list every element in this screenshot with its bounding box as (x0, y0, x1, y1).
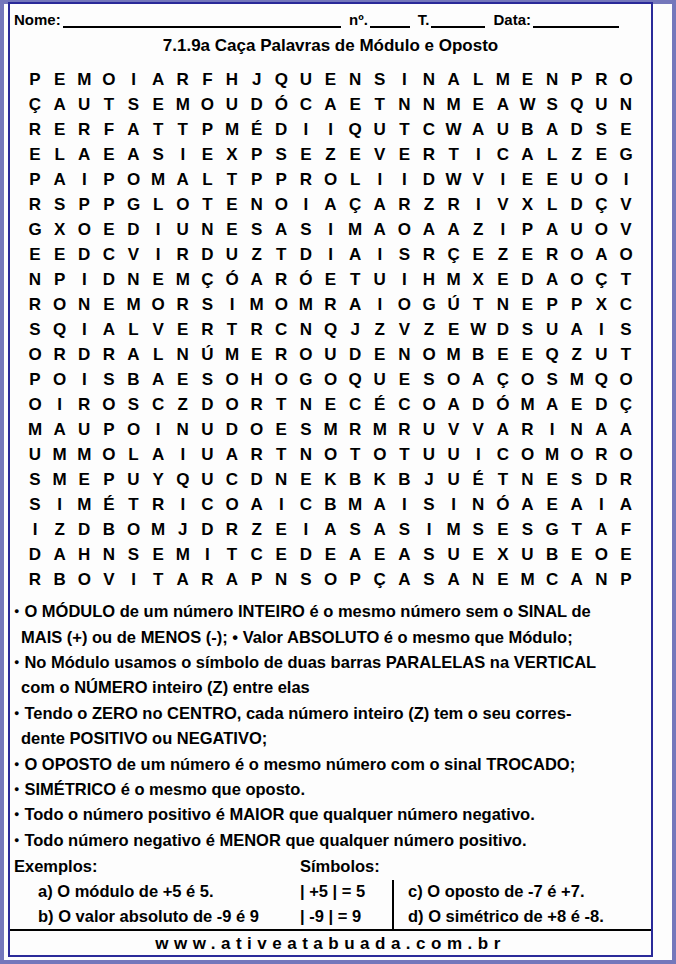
grid-cell[interactable]: O (47, 292, 72, 317)
grid-cell[interactable]: O (220, 367, 245, 392)
grid-cell[interactable]: M (146, 167, 171, 192)
grid-cell[interactable]: T (220, 317, 245, 342)
grid-cell[interactable]: M (170, 267, 195, 292)
grid-cell[interactable]: O (318, 167, 343, 192)
grid-cell[interactable]: D (244, 92, 269, 117)
grid-cell[interactable]: A (466, 117, 491, 142)
grid-cell[interactable]: V (614, 217, 639, 242)
grid-cell[interactable]: R (343, 417, 368, 442)
grid-cell[interactable]: I (72, 267, 97, 292)
grid-cell[interactable]: O (97, 392, 122, 417)
grid-cell[interactable]: A (515, 142, 540, 167)
grid-cell[interactable]: M (441, 92, 466, 117)
grid-cell[interactable]: I (417, 517, 442, 542)
grid-cell[interactable]: O (269, 192, 294, 217)
grid-cell[interactable]: D (244, 467, 269, 492)
grid-cell[interactable]: Q (170, 467, 195, 492)
grid-cell[interactable]: M (72, 492, 97, 517)
grid-cell[interactable]: R (170, 242, 195, 267)
grid-cell[interactable]: E (515, 167, 540, 192)
grid-cell[interactable]: E (23, 242, 48, 267)
grid-cell[interactable]: U (195, 417, 220, 442)
grid-cell[interactable]: E (72, 467, 97, 492)
grid-cell[interactable]: H (417, 267, 442, 292)
grid-cell[interactable]: C (343, 392, 368, 417)
grid-cell[interactable]: L (121, 317, 146, 342)
grid-cell[interactable]: O (318, 367, 343, 392)
grid-cell[interactable]: C (417, 117, 442, 142)
grid-cell[interactable]: V (121, 242, 146, 267)
grid-cell[interactable]: E (564, 392, 589, 417)
grid-cell[interactable]: E (564, 542, 589, 567)
grid-cell[interactable]: D (72, 342, 97, 367)
grid-cell[interactable]: I (367, 167, 392, 192)
grid-cell[interactable]: E (614, 542, 639, 567)
grid-cell[interactable]: E (367, 342, 392, 367)
grid-cell[interactable]: O (121, 517, 146, 542)
grid-cell[interactable]: R (417, 142, 442, 167)
grid-cell[interactable]: O (97, 67, 122, 92)
grid-cell[interactable]: S (515, 517, 540, 542)
grid-cell[interactable]: B (47, 567, 72, 592)
grid-cell[interactable]: O (72, 567, 97, 592)
grid-cell[interactable]: S (367, 67, 392, 92)
grid-cell[interactable]: B (515, 117, 540, 142)
grid-cell[interactable]: N (269, 467, 294, 492)
grid-cell[interactable]: Z (244, 242, 269, 267)
grid-cell[interactable]: A (417, 217, 442, 242)
grid-cell[interactable]: T (564, 517, 589, 542)
grid-cell[interactable]: N (269, 567, 294, 592)
grid-cell[interactable]: T (220, 167, 245, 192)
grid-cell[interactable]: I (294, 192, 319, 217)
grid-cell[interactable]: N (466, 567, 491, 592)
grid-cell[interactable]: E (97, 142, 122, 167)
grid-cell[interactable]: A (515, 492, 540, 517)
grid-cell[interactable]: N (121, 267, 146, 292)
grid-cell[interactable]: I (170, 142, 195, 167)
grid-cell[interactable]: C (269, 317, 294, 342)
grid-cell[interactable]: S (614, 317, 639, 342)
grid-cell[interactable]: M (515, 567, 540, 592)
grid-cell[interactable]: V (614, 192, 639, 217)
grid-cell[interactable]: M (220, 342, 245, 367)
grid-cell[interactable]: U (195, 467, 220, 492)
grid-cell[interactable]: E (220, 217, 245, 242)
grid-cell[interactable]: I (72, 317, 97, 342)
grid-cell[interactable]: O (121, 417, 146, 442)
grid-cell[interactable]: O (47, 367, 72, 392)
grid-cell[interactable]: P (97, 192, 122, 217)
grid-cell[interactable]: D (589, 392, 614, 417)
grid-cell[interactable]: Ó (491, 492, 516, 517)
grid-cell[interactable]: R (146, 492, 171, 517)
grid-cell[interactable]: B (540, 542, 565, 567)
grid-cell[interactable]: R (441, 192, 466, 217)
grid-cell[interactable]: X (491, 542, 516, 567)
grid-cell[interactable]: I (392, 492, 417, 517)
grid-cell[interactable]: E (491, 567, 516, 592)
grid-cell[interactable]: T (269, 242, 294, 267)
grid-cell[interactable]: Ó (220, 267, 245, 292)
grid-cell[interactable]: D (23, 542, 48, 567)
grid-cell[interactable]: I (614, 167, 639, 192)
grid-cell[interactable]: X (466, 267, 491, 292)
grid-cell[interactable]: E (318, 392, 343, 417)
grid-cell[interactable]: M (318, 417, 343, 442)
grid-cell[interactable]: E (441, 317, 466, 342)
grid-cell[interactable]: O (392, 217, 417, 242)
grid-cell[interactable]: T (367, 92, 392, 117)
grid-cell[interactable]: S (121, 392, 146, 417)
grid-cell[interactable]: A (564, 317, 589, 342)
grid-cell[interactable]: Ç (491, 367, 516, 392)
grid-cell[interactable]: H (244, 367, 269, 392)
date-field[interactable] (533, 11, 619, 28)
grid-cell[interactable]: U (441, 542, 466, 567)
grid-cell[interactable]: U (564, 217, 589, 242)
grid-cell[interactable]: P (540, 292, 565, 317)
grid-cell[interactable]: O (614, 367, 639, 392)
grid-cell[interactable]: A (47, 167, 72, 192)
grid-cell[interactable]: E (244, 342, 269, 367)
grid-cell[interactable]: M (244, 292, 269, 317)
grid-cell[interactable]: U (441, 442, 466, 467)
grid-cell[interactable]: O (564, 242, 589, 267)
grid-cell[interactable]: S (417, 492, 442, 517)
grid-cell[interactable]: A (244, 267, 269, 292)
grid-cell[interactable]: C (491, 142, 516, 167)
grid-cell[interactable]: I (47, 492, 72, 517)
grid-cell[interactable]: V (466, 417, 491, 442)
grid-cell[interactable]: N (564, 417, 589, 442)
grid-cell[interactable]: O (441, 367, 466, 392)
grid-cell[interactable]: O (564, 267, 589, 292)
grid-cell[interactable]: M (47, 442, 72, 467)
grid-cell[interactable]: A (367, 517, 392, 542)
grid-cell[interactable]: R (97, 342, 122, 367)
grid-cell[interactable]: W (441, 167, 466, 192)
grid-cell[interactable]: M (491, 67, 516, 92)
grid-cell[interactable]: E (47, 117, 72, 142)
grid-cell[interactable]: Ç (367, 567, 392, 592)
grid-cell[interactable]: R (392, 417, 417, 442)
grid-cell[interactable]: E (47, 67, 72, 92)
grid-cell[interactable]: S (417, 367, 442, 392)
grid-cell[interactable]: A (146, 67, 171, 92)
grid-cell[interactable]: S (23, 467, 48, 492)
grid-cell[interactable]: A (121, 142, 146, 167)
grid-cell[interactable]: D (72, 242, 97, 267)
grid-cell[interactable]: D (121, 217, 146, 242)
grid-cell[interactable]: T (392, 117, 417, 142)
grid-cell[interactable]: O (121, 167, 146, 192)
grid-cell[interactable]: U (318, 342, 343, 367)
grid-cell[interactable]: Q (318, 317, 343, 342)
grid-cell[interactable]: E (269, 542, 294, 567)
grid-cell[interactable]: V (466, 167, 491, 192)
grid-cell[interactable]: Ú (441, 292, 466, 317)
grid-cell[interactable]: E (220, 192, 245, 217)
grid-cell[interactable]: I (392, 67, 417, 92)
grid-cell[interactable]: R (195, 317, 220, 342)
grid-cell[interactable]: V (392, 317, 417, 342)
grid-cell[interactable]: A (540, 392, 565, 417)
grid-cell[interactable]: D (294, 542, 319, 567)
grid-cell[interactable]: U (72, 417, 97, 442)
grid-cell[interactable]: N (294, 392, 319, 417)
grid-cell[interactable]: P (244, 167, 269, 192)
grid-cell[interactable]: I (589, 492, 614, 517)
grid-cell[interactable]: U (23, 442, 48, 467)
grid-cell[interactable]: X (589, 292, 614, 317)
grid-cell[interactable]: R (23, 117, 48, 142)
grid-cell[interactable]: T (146, 567, 171, 592)
grid-cell[interactable]: W (515, 92, 540, 117)
grid-cell[interactable]: O (589, 542, 614, 567)
grid-cell[interactable]: I (491, 217, 516, 242)
grid-cell[interactable]: L (146, 342, 171, 367)
grid-cell[interactable]: Q (589, 367, 614, 392)
grid-cell[interactable]: P (614, 567, 639, 592)
grid-cell[interactable]: E (589, 142, 614, 167)
grid-cell[interactable]: P (97, 417, 122, 442)
grid-cell[interactable]: M (47, 467, 72, 492)
grid-cell[interactable]: K (318, 467, 343, 492)
grid-cell[interactable]: D (417, 167, 442, 192)
grid-cell[interactable]: I (170, 442, 195, 467)
grid-cell[interactable]: É (466, 467, 491, 492)
grid-cell[interactable]: A (343, 542, 368, 567)
grid-cell[interactable]: E (294, 142, 319, 167)
grid-cell[interactable]: É (244, 117, 269, 142)
grid-cell[interactable]: U (589, 92, 614, 117)
grid-cell[interactable]: E (614, 117, 639, 142)
grid-cell[interactable]: A (121, 342, 146, 367)
grid-cell[interactable]: I (466, 142, 491, 167)
grid-cell[interactable]: P (97, 467, 122, 492)
grid-cell[interactable]: Z (491, 242, 516, 267)
grid-cell[interactable]: S (294, 567, 319, 592)
grid-cell[interactable]: E (269, 417, 294, 442)
grid-cell[interactable]: D (195, 517, 220, 542)
grid-cell[interactable]: S (564, 467, 589, 492)
grid-cell[interactable]: R (589, 67, 614, 92)
grid-cell[interactable]: M (23, 417, 48, 442)
grid-cell[interactable]: N (170, 342, 195, 367)
grid-cell[interactable]: R (269, 267, 294, 292)
grid-cell[interactable]: H (220, 67, 245, 92)
grid-cell[interactable]: E (491, 517, 516, 542)
grid-cell[interactable]: C (244, 542, 269, 567)
grid-cell[interactable]: L (121, 442, 146, 467)
grid-cell[interactable]: O (97, 442, 122, 467)
grid-cell[interactable]: P (23, 67, 48, 92)
grid-cell[interactable]: G (121, 192, 146, 217)
grid-cell[interactable]: U (441, 467, 466, 492)
grid-cell[interactable]: M (146, 517, 171, 542)
grid-cell[interactable]: S (417, 542, 442, 567)
grid-cell[interactable]: V (491, 192, 516, 217)
grid-cell[interactable]: I (392, 267, 417, 292)
grid-cell[interactable]: P (195, 117, 220, 142)
grid-cell[interactable]: C (294, 492, 319, 517)
grid-cell[interactable]: E (97, 217, 122, 242)
grid-cell[interactable]: D (491, 317, 516, 342)
grid-cell[interactable]: U (367, 267, 392, 292)
grid-cell[interactable]: O (614, 67, 639, 92)
grid-cell[interactable]: U (564, 167, 589, 192)
grid-cell[interactable]: Z (417, 317, 442, 342)
grid-cell[interactable]: T (121, 492, 146, 517)
grid-cell[interactable]: V (146, 317, 171, 342)
grid-cell[interactable]: E (367, 542, 392, 567)
grid-cell[interactable]: T (441, 142, 466, 167)
grid-cell[interactable]: N (97, 542, 122, 567)
grid-cell[interactable]: R (170, 292, 195, 317)
grid-cell[interactable]: I (72, 167, 97, 192)
grid-cell[interactable]: E (515, 342, 540, 367)
grid-cell[interactable]: T (146, 117, 171, 142)
grid-cell[interactable]: G (23, 217, 48, 242)
grid-cell[interactable]: A (318, 92, 343, 117)
grid-cell[interactable]: Q (343, 367, 368, 392)
grid-cell[interactable]: C (97, 242, 122, 267)
grid-cell[interactable]: U (367, 117, 392, 142)
grid-cell[interactable]: E (491, 267, 516, 292)
grid-cell[interactable]: E (146, 92, 171, 117)
grid-cell[interactable]: A (367, 192, 392, 217)
grid-cell[interactable]: R (23, 192, 48, 217)
grid-cell[interactable]: N (614, 92, 639, 117)
grid-cell[interactable]: S (195, 367, 220, 392)
grid-cell[interactable]: S (540, 92, 565, 117)
grid-cell[interactable]: N (72, 292, 97, 317)
grid-cell[interactable]: U (220, 242, 245, 267)
grid-cell[interactable]: E (97, 292, 122, 317)
grid-cell[interactable]: B (121, 367, 146, 392)
grid-cell[interactable]: N (417, 92, 442, 117)
grid-cell[interactable]: A (318, 517, 343, 542)
grid-cell[interactable]: Ó (491, 392, 516, 417)
number-field[interactable] (370, 11, 410, 28)
grid-cell[interactable]: C (294, 92, 319, 117)
grid-cell[interactable]: L (540, 192, 565, 217)
grid-cell[interactable]: B (97, 517, 122, 542)
grid-cell[interactable]: I (23, 517, 48, 542)
grid-cell[interactable]: R (72, 392, 97, 417)
grid-cell[interactable]: I (121, 567, 146, 592)
grid-cell[interactable]: M (441, 267, 466, 292)
grid-cell[interactable]: X (220, 142, 245, 167)
grid-cell[interactable]: R (23, 567, 48, 592)
grid-cell[interactable]: U (294, 67, 319, 92)
grid-cell[interactable]: A (564, 567, 589, 592)
grid-cell[interactable]: O (146, 292, 171, 317)
grid-cell[interactable]: S (343, 517, 368, 542)
grid-cell[interactable]: U (72, 92, 97, 117)
grid-cell[interactable]: B (392, 467, 417, 492)
grid-cell[interactable]: A (441, 67, 466, 92)
grid-cell[interactable]: J (417, 467, 442, 492)
grid-cell[interactable]: U (367, 367, 392, 392)
grid-cell[interactable]: L (195, 167, 220, 192)
grid-cell[interactable]: T (343, 267, 368, 292)
grid-cell[interactable]: F (97, 117, 122, 142)
grid-cell[interactable]: O (269, 292, 294, 317)
grid-cell[interactable]: O (170, 192, 195, 217)
grid-cell[interactable]: N (491, 292, 516, 317)
grid-cell[interactable]: A (441, 567, 466, 592)
grid-cell[interactable]: B (466, 342, 491, 367)
grid-cell[interactable]: N (294, 317, 319, 342)
grid-cell[interactable]: R (589, 442, 614, 467)
grid-cell[interactable]: E (515, 292, 540, 317)
grid-cell[interactable]: M (343, 492, 368, 517)
grid-cell[interactable]: D (564, 192, 589, 217)
grid-cell[interactable]: É (97, 492, 122, 517)
grid-cell[interactable]: T (269, 392, 294, 417)
grid-cell[interactable]: P (23, 167, 48, 192)
grid-cell[interactable]: L (47, 142, 72, 167)
grid-cell[interactable]: M (72, 442, 97, 467)
grid-cell[interactable]: S (23, 317, 48, 342)
grid-cell[interactable]: B (318, 492, 343, 517)
grid-cell[interactable]: I (170, 492, 195, 517)
grid-cell[interactable]: R (170, 67, 195, 92)
grid-cell[interactable]: E (318, 67, 343, 92)
grid-cell[interactable]: E (318, 267, 343, 292)
grid-cell[interactable]: H (72, 542, 97, 567)
grid-cell[interactable]: I (294, 517, 319, 542)
grid-cell[interactable]: R (244, 392, 269, 417)
grid-cell[interactable]: A (343, 242, 368, 267)
grid-cell[interactable]: O (23, 392, 48, 417)
grid-cell[interactable]: A (392, 542, 417, 567)
grid-cell[interactable]: C (491, 442, 516, 467)
grid-cell[interactable]: M (515, 392, 540, 417)
grid-cell[interactable]: N (540, 67, 565, 92)
grid-cell[interactable]: Ó (269, 92, 294, 117)
grid-cell[interactable]: S (47, 192, 72, 217)
grid-cell[interactable]: E (47, 242, 72, 267)
grid-cell[interactable]: I (491, 167, 516, 192)
grid-cell[interactable]: S (269, 142, 294, 167)
grid-cell[interactable]: A (170, 567, 195, 592)
grid-cell[interactable]: B (343, 467, 368, 492)
grid-cell[interactable]: L (343, 167, 368, 192)
grid-cell[interactable]: A (97, 317, 122, 342)
grid-cell[interactable]: O (220, 492, 245, 517)
grid-cell[interactable]: A (540, 217, 565, 242)
grid-cell[interactable]: T (392, 442, 417, 467)
grid-cell[interactable]: E (146, 267, 171, 292)
grid-cell[interactable]: S (195, 292, 220, 317)
grid-cell[interactable]: I (392, 167, 417, 192)
grid-cell[interactable]: P (72, 192, 97, 217)
grid-cell[interactable]: O (269, 367, 294, 392)
grid-cell[interactable]: Ç (589, 267, 614, 292)
grid-cell[interactable]: P (564, 292, 589, 317)
grid-cell[interactable]: X (47, 217, 72, 242)
grid-cell[interactable]: I (146, 417, 171, 442)
grid-cell[interactable]: Q (47, 317, 72, 342)
grid-cell[interactable]: I (466, 192, 491, 217)
grid-cell[interactable]: N (170, 417, 195, 442)
grid-cell[interactable]: Ç (195, 267, 220, 292)
grid-cell[interactable]: Ç (343, 192, 368, 217)
grid-cell[interactable]: D (97, 267, 122, 292)
